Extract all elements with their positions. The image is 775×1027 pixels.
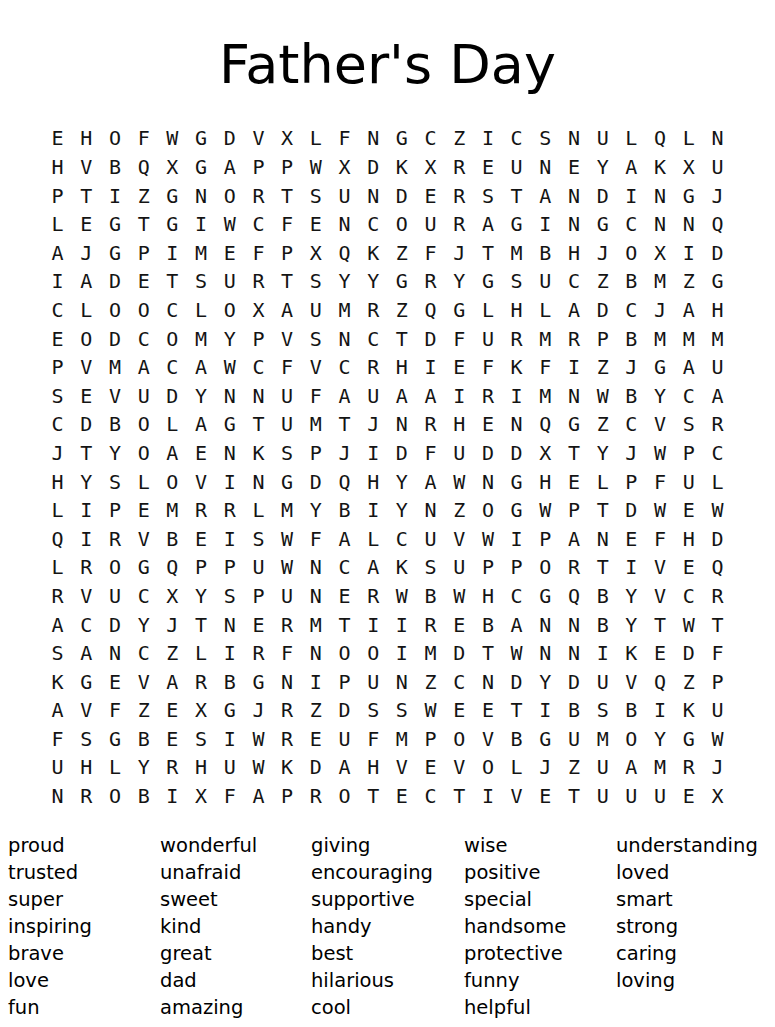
grid-cell[interactable]: N: [273, 667, 302, 696]
grid-cell[interactable]: Q: [416, 296, 445, 325]
grid-cell[interactable]: A: [703, 381, 732, 410]
grid-cell[interactable]: N: [560, 124, 589, 153]
grid-cell[interactable]: A: [43, 696, 72, 725]
grid-cell[interactable]: A: [359, 553, 388, 582]
grid-cell[interactable]: L: [43, 210, 72, 239]
grid-cell[interactable]: N: [560, 210, 589, 239]
grid-cell[interactable]: K: [359, 238, 388, 267]
grid-cell[interactable]: D: [72, 410, 101, 439]
grid-cell[interactable]: X: [531, 439, 560, 468]
grid-cell[interactable]: N: [244, 467, 273, 496]
grid-cell[interactable]: J: [445, 238, 474, 267]
grid-cell[interactable]: R: [416, 267, 445, 296]
grid-cell[interactable]: Q: [158, 553, 187, 582]
grid-cell[interactable]: P: [43, 353, 72, 382]
grid-cell[interactable]: M: [703, 324, 732, 353]
grid-cell[interactable]: U: [703, 153, 732, 182]
grid-cell[interactable]: E: [445, 353, 474, 382]
grid-cell[interactable]: B: [588, 610, 617, 639]
grid-cell[interactable]: V: [72, 353, 101, 382]
grid-cell[interactable]: I: [215, 524, 244, 553]
grid-cell[interactable]: S: [43, 381, 72, 410]
grid-cell[interactable]: E: [72, 381, 101, 410]
grid-cell[interactable]: G: [158, 181, 187, 210]
grid-cell[interactable]: W: [445, 467, 474, 496]
grid-cell[interactable]: K: [388, 153, 417, 182]
grid-cell[interactable]: A: [531, 181, 560, 210]
grid-cell[interactable]: E: [416, 181, 445, 210]
grid-cell[interactable]: O: [101, 296, 130, 325]
grid-cell[interactable]: V: [187, 467, 216, 496]
grid-cell[interactable]: Y: [445, 267, 474, 296]
grid-cell[interactable]: J: [330, 439, 359, 468]
grid-cell[interactable]: C: [617, 296, 646, 325]
grid-cell[interactable]: Z: [588, 267, 617, 296]
grid-cell[interactable]: N: [301, 582, 330, 611]
grid-cell[interactable]: U: [588, 124, 617, 153]
grid-cell[interactable]: V: [646, 582, 675, 611]
grid-cell[interactable]: D: [560, 667, 589, 696]
grid-cell[interactable]: B: [158, 524, 187, 553]
grid-cell[interactable]: R: [301, 782, 330, 811]
grid-cell[interactable]: A: [617, 753, 646, 782]
grid-cell[interactable]: P: [273, 238, 302, 267]
grid-cell[interactable]: Z: [588, 410, 617, 439]
grid-cell[interactable]: Q: [560, 582, 589, 611]
grid-cell[interactable]: N: [215, 610, 244, 639]
grid-cell[interactable]: E: [445, 610, 474, 639]
grid-cell[interactable]: W: [215, 353, 244, 382]
grid-cell[interactable]: I: [215, 467, 244, 496]
grid-cell[interactable]: A: [388, 381, 417, 410]
grid-cell[interactable]: A: [72, 267, 101, 296]
grid-cell[interactable]: A: [43, 610, 72, 639]
grid-cell[interactable]: X: [301, 238, 330, 267]
grid-cell[interactable]: V: [129, 524, 158, 553]
grid-cell[interactable]: F: [101, 696, 130, 725]
grid-cell[interactable]: V: [101, 381, 130, 410]
grid-cell[interactable]: Y: [588, 439, 617, 468]
grid-cell[interactable]: S: [301, 181, 330, 210]
grid-cell[interactable]: O: [445, 725, 474, 754]
grid-cell[interactable]: Y: [187, 381, 216, 410]
grid-cell[interactable]: P: [101, 496, 130, 525]
grid-cell[interactable]: C: [158, 353, 187, 382]
grid-cell[interactable]: L: [703, 467, 732, 496]
grid-cell[interactable]: L: [187, 639, 216, 668]
grid-cell[interactable]: U: [273, 410, 302, 439]
grid-cell[interactable]: A: [187, 353, 216, 382]
grid-cell[interactable]: H: [72, 124, 101, 153]
grid-cell[interactable]: U: [101, 582, 130, 611]
grid-cell[interactable]: C: [674, 582, 703, 611]
grid-cell[interactable]: S: [301, 267, 330, 296]
grid-cell[interactable]: Z: [445, 124, 474, 153]
grid-cell[interactable]: R: [72, 553, 101, 582]
grid-cell[interactable]: T: [273, 181, 302, 210]
grid-cell[interactable]: R: [416, 410, 445, 439]
grid-cell[interactable]: G: [101, 725, 130, 754]
grid-cell[interactable]: D: [101, 267, 130, 296]
grid-cell[interactable]: D: [445, 639, 474, 668]
grid-cell[interactable]: Q: [43, 524, 72, 553]
grid-cell[interactable]: P: [560, 496, 589, 525]
grid-cell[interactable]: T: [502, 181, 531, 210]
grid-cell[interactable]: S: [215, 582, 244, 611]
grid-cell[interactable]: S: [301, 324, 330, 353]
grid-cell[interactable]: W: [244, 753, 273, 782]
grid-cell[interactable]: C: [158, 296, 187, 325]
grid-cell[interactable]: S: [273, 439, 302, 468]
grid-cell[interactable]: N: [301, 553, 330, 582]
grid-cell[interactable]: D: [416, 324, 445, 353]
grid-cell[interactable]: R: [560, 553, 589, 582]
grid-cell[interactable]: X: [416, 153, 445, 182]
grid-cell[interactable]: G: [215, 410, 244, 439]
grid-cell[interactable]: F: [129, 124, 158, 153]
grid-cell[interactable]: D: [474, 439, 503, 468]
grid-cell[interactable]: C: [674, 381, 703, 410]
grid-cell[interactable]: F: [416, 238, 445, 267]
grid-cell[interactable]: D: [703, 238, 732, 267]
grid-cell[interactable]: K: [617, 639, 646, 668]
grid-cell[interactable]: I: [474, 782, 503, 811]
grid-cell[interactable]: P: [244, 582, 273, 611]
grid-cell[interactable]: T: [129, 210, 158, 239]
grid-cell[interactable]: B: [215, 667, 244, 696]
grid-cell[interactable]: S: [187, 725, 216, 754]
grid-cell[interactable]: C: [416, 782, 445, 811]
grid-cell[interactable]: J: [72, 238, 101, 267]
grid-cell[interactable]: G: [445, 296, 474, 325]
grid-cell[interactable]: C: [359, 210, 388, 239]
grid-cell[interactable]: A: [72, 639, 101, 668]
grid-cell[interactable]: A: [158, 439, 187, 468]
grid-cell[interactable]: N: [301, 639, 330, 668]
grid-cell[interactable]: K: [646, 153, 675, 182]
grid-cell[interactable]: G: [502, 467, 531, 496]
grid-cell[interactable]: G: [646, 353, 675, 382]
grid-cell[interactable]: T: [330, 610, 359, 639]
grid-cell[interactable]: L: [244, 496, 273, 525]
grid-cell[interactable]: Y: [330, 267, 359, 296]
grid-cell[interactable]: F: [531, 353, 560, 382]
grid-cell[interactable]: Z: [158, 639, 187, 668]
grid-cell[interactable]: P: [474, 553, 503, 582]
grid-cell[interactable]: F: [474, 353, 503, 382]
grid-cell[interactable]: W: [244, 725, 273, 754]
grid-cell[interactable]: C: [330, 353, 359, 382]
grid-cell[interactable]: H: [359, 753, 388, 782]
grid-cell[interactable]: H: [72, 753, 101, 782]
grid-cell[interactable]: U: [445, 553, 474, 582]
grid-cell[interactable]: Q: [646, 667, 675, 696]
grid-cell[interactable]: N: [330, 324, 359, 353]
grid-cell[interactable]: B: [617, 381, 646, 410]
grid-cell[interactable]: B: [531, 238, 560, 267]
grid-cell[interactable]: U: [588, 753, 617, 782]
grid-cell[interactable]: I: [531, 210, 560, 239]
grid-cell[interactable]: U: [301, 296, 330, 325]
grid-cell[interactable]: T: [158, 267, 187, 296]
grid-cell[interactable]: M: [646, 753, 675, 782]
grid-cell[interactable]: C: [43, 410, 72, 439]
grid-cell[interactable]: U: [215, 753, 244, 782]
grid-cell[interactable]: T: [502, 696, 531, 725]
grid-cell[interactable]: A: [674, 353, 703, 382]
grid-cell[interactable]: O: [474, 496, 503, 525]
grid-cell[interactable]: M: [388, 725, 417, 754]
grid-cell[interactable]: F: [43, 725, 72, 754]
grid-cell[interactable]: O: [474, 753, 503, 782]
grid-cell[interactable]: U: [617, 782, 646, 811]
grid-cell[interactable]: B: [617, 324, 646, 353]
grid-cell[interactable]: M: [187, 324, 216, 353]
grid-cell[interactable]: Q: [703, 210, 732, 239]
grid-cell[interactable]: E: [646, 639, 675, 668]
grid-cell[interactable]: C: [129, 324, 158, 353]
grid-cell[interactable]: N: [43, 782, 72, 811]
grid-cell[interactable]: Q: [646, 124, 675, 153]
grid-cell[interactable]: W: [158, 124, 187, 153]
grid-cell[interactable]: J: [617, 439, 646, 468]
grid-cell[interactable]: D: [158, 381, 187, 410]
grid-cell[interactable]: R: [244, 181, 273, 210]
grid-cell[interactable]: E: [101, 667, 130, 696]
grid-cell[interactable]: N: [388, 667, 417, 696]
grid-cell[interactable]: X: [244, 296, 273, 325]
grid-cell[interactable]: E: [445, 696, 474, 725]
grid-cell[interactable]: W: [474, 524, 503, 553]
grid-cell[interactable]: P: [588, 324, 617, 353]
grid-cell[interactable]: G: [273, 467, 302, 496]
grid-cell[interactable]: O: [531, 553, 560, 582]
grid-cell[interactable]: T: [445, 782, 474, 811]
grid-cell[interactable]: H: [674, 524, 703, 553]
grid-cell[interactable]: U: [445, 439, 474, 468]
grid-cell[interactable]: S: [72, 725, 101, 754]
grid-cell[interactable]: L: [674, 124, 703, 153]
grid-cell[interactable]: L: [72, 296, 101, 325]
grid-cell[interactable]: F: [416, 439, 445, 468]
grid-cell[interactable]: D: [388, 439, 417, 468]
grid-cell[interactable]: V: [646, 553, 675, 582]
grid-cell[interactable]: O: [617, 725, 646, 754]
grid-cell[interactable]: A: [416, 467, 445, 496]
grid-cell[interactable]: E: [129, 496, 158, 525]
grid-cell[interactable]: H: [703, 296, 732, 325]
grid-cell[interactable]: W: [416, 696, 445, 725]
grid-cell[interactable]: T: [330, 410, 359, 439]
grid-cell[interactable]: M: [158, 496, 187, 525]
grid-cell[interactable]: I: [416, 353, 445, 382]
grid-cell[interactable]: N: [359, 181, 388, 210]
grid-cell[interactable]: B: [129, 725, 158, 754]
grid-cell[interactable]: E: [187, 524, 216, 553]
grid-cell[interactable]: E: [43, 324, 72, 353]
grid-cell[interactable]: N: [531, 153, 560, 182]
grid-cell[interactable]: U: [588, 782, 617, 811]
grid-cell[interactable]: I: [215, 639, 244, 668]
grid-cell[interactable]: E: [617, 524, 646, 553]
grid-cell[interactable]: F: [273, 639, 302, 668]
grid-cell[interactable]: I: [359, 610, 388, 639]
grid-cell[interactable]: E: [416, 753, 445, 782]
grid-cell[interactable]: R: [244, 267, 273, 296]
grid-cell[interactable]: P: [674, 439, 703, 468]
grid-cell[interactable]: Y: [646, 381, 675, 410]
grid-cell[interactable]: U: [703, 696, 732, 725]
grid-cell[interactable]: G: [674, 725, 703, 754]
grid-cell[interactable]: H: [474, 582, 503, 611]
grid-cell[interactable]: T: [244, 410, 273, 439]
grid-cell[interactable]: M: [646, 267, 675, 296]
grid-cell[interactable]: I: [301, 667, 330, 696]
grid-cell[interactable]: Y: [187, 582, 216, 611]
grid-cell[interactable]: I: [215, 725, 244, 754]
grid-cell[interactable]: W: [215, 210, 244, 239]
grid-cell[interactable]: G: [388, 124, 417, 153]
grid-cell[interactable]: A: [158, 667, 187, 696]
grid-cell[interactable]: D: [588, 296, 617, 325]
grid-cell[interactable]: O: [215, 296, 244, 325]
grid-cell[interactable]: J: [158, 610, 187, 639]
grid-cell[interactable]: I: [158, 782, 187, 811]
grid-cell[interactable]: W: [646, 439, 675, 468]
grid-cell[interactable]: E: [301, 210, 330, 239]
grid-cell[interactable]: E: [72, 210, 101, 239]
grid-cell[interactable]: G: [244, 667, 273, 696]
grid-cell[interactable]: U: [531, 267, 560, 296]
grid-cell[interactable]: N: [101, 639, 130, 668]
grid-cell[interactable]: F: [244, 238, 273, 267]
grid-cell[interactable]: C: [129, 582, 158, 611]
grid-cell[interactable]: F: [330, 124, 359, 153]
grid-cell[interactable]: E: [388, 782, 417, 811]
grid-cell[interactable]: A: [330, 524, 359, 553]
grid-cell[interactable]: I: [502, 524, 531, 553]
grid-cell[interactable]: I: [617, 553, 646, 582]
grid-cell[interactable]: I: [359, 496, 388, 525]
grid-cell[interactable]: A: [330, 381, 359, 410]
grid-cell[interactable]: O: [617, 238, 646, 267]
grid-cell[interactable]: U: [129, 381, 158, 410]
grid-cell[interactable]: E: [129, 267, 158, 296]
grid-cell[interactable]: B: [560, 696, 589, 725]
grid-cell[interactable]: U: [646, 782, 675, 811]
grid-cell[interactable]: H: [43, 153, 72, 182]
grid-cell[interactable]: O: [158, 467, 187, 496]
grid-cell[interactable]: F: [703, 639, 732, 668]
grid-cell[interactable]: Y: [101, 439, 130, 468]
grid-cell[interactable]: R: [244, 639, 273, 668]
grid-cell[interactable]: V: [301, 353, 330, 382]
grid-cell[interactable]: N: [703, 124, 732, 153]
grid-cell[interactable]: Z: [301, 696, 330, 725]
grid-cell[interactable]: T: [388, 324, 417, 353]
grid-cell[interactable]: U: [273, 381, 302, 410]
grid-cell[interactable]: R: [560, 324, 589, 353]
grid-cell[interactable]: T: [187, 610, 216, 639]
grid-cell[interactable]: M: [502, 238, 531, 267]
grid-cell[interactable]: O: [101, 782, 130, 811]
grid-cell[interactable]: Q: [129, 153, 158, 182]
grid-cell[interactable]: H: [445, 410, 474, 439]
grid-cell[interactable]: N: [531, 610, 560, 639]
grid-cell[interactable]: E: [474, 696, 503, 725]
grid-cell[interactable]: E: [674, 496, 703, 525]
grid-cell[interactable]: J: [617, 353, 646, 382]
grid-cell[interactable]: R: [359, 582, 388, 611]
grid-cell[interactable]: R: [273, 610, 302, 639]
grid-cell[interactable]: I: [388, 639, 417, 668]
grid-cell[interactable]: G: [560, 410, 589, 439]
grid-cell[interactable]: D: [330, 696, 359, 725]
grid-cell[interactable]: R: [187, 496, 216, 525]
grid-cell[interactable]: R: [703, 582, 732, 611]
grid-cell[interactable]: K: [43, 667, 72, 696]
grid-cell[interactable]: E: [674, 553, 703, 582]
grid-cell[interactable]: U: [560, 725, 589, 754]
grid-cell[interactable]: K: [674, 696, 703, 725]
grid-cell[interactable]: C: [617, 210, 646, 239]
grid-cell[interactable]: B: [474, 610, 503, 639]
grid-cell[interactable]: W: [588, 381, 617, 410]
grid-cell[interactable]: P: [187, 553, 216, 582]
grid-cell[interactable]: E: [301, 725, 330, 754]
grid-cell[interactable]: V: [244, 124, 273, 153]
grid-cell[interactable]: J: [588, 238, 617, 267]
grid-cell[interactable]: A: [617, 153, 646, 182]
grid-cell[interactable]: X: [674, 153, 703, 182]
grid-cell[interactable]: A: [43, 238, 72, 267]
grid-cell[interactable]: O: [330, 782, 359, 811]
grid-cell[interactable]: G: [101, 210, 130, 239]
grid-cell[interactable]: P: [43, 181, 72, 210]
grid-cell[interactable]: N: [560, 639, 589, 668]
grid-cell[interactable]: W: [703, 496, 732, 525]
grid-cell[interactable]: G: [129, 553, 158, 582]
grid-cell[interactable]: U: [330, 181, 359, 210]
grid-cell[interactable]: I: [72, 496, 101, 525]
grid-cell[interactable]: C: [560, 267, 589, 296]
grid-cell[interactable]: S: [43, 639, 72, 668]
grid-cell[interactable]: L: [359, 524, 388, 553]
grid-cell[interactable]: E: [474, 410, 503, 439]
grid-cell[interactable]: L: [301, 124, 330, 153]
grid-cell[interactable]: R: [474, 381, 503, 410]
grid-cell[interactable]: Y: [588, 153, 617, 182]
grid-cell[interactable]: I: [43, 267, 72, 296]
grid-cell[interactable]: J: [646, 296, 675, 325]
grid-cell[interactable]: I: [560, 353, 589, 382]
grid-cell[interactable]: V: [474, 725, 503, 754]
grid-cell[interactable]: V: [617, 667, 646, 696]
grid-cell[interactable]: Q: [330, 238, 359, 267]
grid-cell[interactable]: N: [388, 410, 417, 439]
grid-cell[interactable]: D: [301, 467, 330, 496]
grid-cell[interactable]: P: [502, 553, 531, 582]
grid-cell[interactable]: F: [273, 210, 302, 239]
grid-cell[interactable]: R: [187, 667, 216, 696]
grid-cell[interactable]: E: [43, 124, 72, 153]
grid-cell[interactable]: Z: [588, 353, 617, 382]
grid-cell[interactable]: V: [72, 582, 101, 611]
grid-cell[interactable]: C: [502, 124, 531, 153]
grid-cell[interactable]: E: [187, 439, 216, 468]
grid-cell[interactable]: P: [330, 667, 359, 696]
grid-cell[interactable]: G: [531, 725, 560, 754]
